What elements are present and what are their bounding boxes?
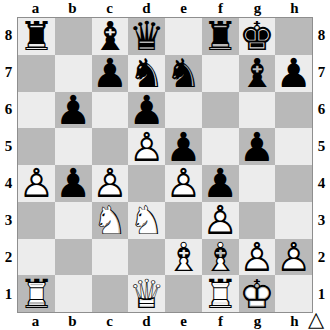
black-bishop: ♝	[92, 18, 129, 55]
square-f3[interactable]: ♟♙	[202, 202, 239, 239]
black-pawn: ♟	[55, 165, 92, 202]
file-label-a: a	[17, 313, 54, 330]
square-h6[interactable]	[275, 92, 312, 129]
square-b5[interactable]	[55, 128, 92, 165]
white-knight: ♘	[128, 202, 165, 239]
square-e3[interactable]	[165, 202, 202, 239]
square-f7[interactable]	[202, 55, 239, 92]
white-queen-fill: ♛	[128, 275, 165, 312]
square-a4[interactable]: ♟♙	[18, 165, 55, 202]
square-b4[interactable]: ♟	[55, 165, 92, 202]
file-label-c: c	[91, 313, 128, 330]
square-g7[interactable]: ♝	[239, 55, 276, 92]
file-label-f: f	[202, 0, 239, 17]
rank-label-6: 6	[313, 91, 330, 128]
white-rook-fill: ♜	[202, 275, 239, 312]
white-pawn-fill: ♟	[202, 202, 239, 239]
square-c5[interactable]	[92, 128, 129, 165]
white-knight: ♘	[92, 202, 129, 239]
square-g6[interactable]	[239, 92, 276, 129]
white-knight-fill: ♞	[128, 202, 165, 239]
rank-label-5: 5	[0, 128, 17, 165]
square-b7[interactable]	[55, 55, 92, 92]
square-c7[interactable]: ♟	[92, 55, 129, 92]
square-h2[interactable]: ♟♙	[275, 239, 312, 276]
square-f2[interactable]: ♝♗	[202, 239, 239, 276]
square-c2[interactable]	[92, 239, 129, 276]
white-pawn-fill: ♟	[92, 165, 129, 202]
square-h7[interactable]: ♟	[275, 55, 312, 92]
black-knight: ♞	[165, 55, 202, 92]
black-pawn: ♟	[92, 55, 129, 92]
rank-label-3: 3	[0, 202, 17, 239]
square-h3[interactable]	[275, 202, 312, 239]
rank-label-2: 2	[313, 239, 330, 276]
square-d2[interactable]	[128, 239, 165, 276]
file-label-d: d	[128, 313, 165, 330]
white-bishop-fill: ♝	[165, 239, 202, 276]
square-g4[interactable]	[239, 165, 276, 202]
file-label-a: a	[17, 0, 54, 17]
square-b1[interactable]	[55, 275, 92, 312]
rank-label-6: 6	[0, 91, 17, 128]
square-e5[interactable]: ♟	[165, 128, 202, 165]
black-pawn: ♟	[165, 128, 202, 165]
white-knight-fill: ♞	[92, 202, 129, 239]
rank-label-5: 5	[313, 128, 330, 165]
rank-label-4: 4	[0, 165, 17, 202]
file-label-g: g	[239, 313, 276, 330]
white-bishop-fill: ♝	[202, 239, 239, 276]
square-d3[interactable]: ♞♘	[128, 202, 165, 239]
white-pawn-fill: ♟	[165, 165, 202, 202]
square-c1[interactable]	[92, 275, 129, 312]
rank-label-3: 3	[313, 202, 330, 239]
white-pawn: ♙	[128, 128, 165, 165]
file-labels-top: abcdefgh	[17, 0, 313, 17]
square-d5[interactable]: ♟♙	[128, 128, 165, 165]
square-f6[interactable]	[202, 92, 239, 129]
square-c3[interactable]: ♞♘	[92, 202, 129, 239]
white-pawn: ♙	[18, 165, 55, 202]
white-pawn-fill: ♟	[128, 128, 165, 165]
square-a6[interactable]	[18, 92, 55, 129]
square-a2[interactable]	[18, 239, 55, 276]
rank-labels-left: 87654321	[0, 17, 17, 313]
square-c4[interactable]: ♟♙	[92, 165, 129, 202]
white-pawn-fill: ♟	[18, 165, 55, 202]
file-label-e: e	[165, 0, 202, 17]
chess-diagram: abcdefgh 87654321 ♜♝♛♜♚♟♞♞♝♟♟♟♟♙♟♟♟♙♟♟♙♟…	[0, 0, 330, 330]
rank-label-4: 4	[313, 165, 330, 202]
rank-labels-right: 87654321	[313, 17, 330, 313]
square-d6[interactable]: ♟	[128, 92, 165, 129]
square-a7[interactable]	[18, 55, 55, 92]
black-king: ♚	[239, 18, 276, 55]
file-label-h: h	[276, 0, 313, 17]
file-labels-bottom: abcdefgh	[17, 313, 313, 330]
square-h8[interactable]	[275, 18, 312, 55]
rank-label-2: 2	[0, 239, 17, 276]
rank-label-1: 1	[0, 276, 17, 313]
square-g8[interactable]: ♚	[239, 18, 276, 55]
black-queen: ♛	[128, 18, 165, 55]
white-pawn: ♙	[202, 202, 239, 239]
square-e7[interactable]: ♞	[165, 55, 202, 92]
board: ♜♝♛♜♚♟♞♞♝♟♟♟♟♙♟♟♟♙♟♟♙♟♙♟♞♘♞♘♟♙♝♗♝♗♟♙♟♙♜♖…	[17, 17, 313, 313]
square-b3[interactable]	[55, 202, 92, 239]
file-label-f: f	[202, 313, 239, 330]
white-rook-fill: ♜	[18, 275, 55, 312]
square-d8[interactable]: ♛	[128, 18, 165, 55]
black-pawn: ♟	[239, 128, 276, 165]
white-pawn-fill: ♟	[239, 239, 276, 276]
rank-label-8: 8	[0, 17, 17, 54]
square-c8[interactable]: ♝	[92, 18, 129, 55]
square-g1[interactable]: ♚♔	[239, 275, 276, 312]
square-a3[interactable]	[18, 202, 55, 239]
square-h5[interactable]	[275, 128, 312, 165]
square-a8[interactable]: ♜	[18, 18, 55, 55]
white-rook: ♖	[202, 275, 239, 312]
square-b6[interactable]: ♟	[55, 92, 92, 129]
square-e2[interactable]: ♝♗	[165, 239, 202, 276]
square-h4[interactable]	[275, 165, 312, 202]
rank-label-7: 7	[0, 54, 17, 91]
square-f4[interactable]: ♟	[202, 165, 239, 202]
white-pawn: ♙	[275, 239, 312, 276]
black-pawn: ♟	[128, 92, 165, 129]
square-e6[interactable]	[165, 92, 202, 129]
square-d7[interactable]: ♞	[128, 55, 165, 92]
square-d4[interactable]	[128, 165, 165, 202]
black-rook: ♜	[18, 18, 55, 55]
white-to-move-icon: △	[304, 306, 328, 330]
square-a1[interactable]: ♜♖	[18, 275, 55, 312]
square-b2[interactable]	[55, 239, 92, 276]
file-label-b: b	[54, 0, 91, 17]
file-label-g: g	[239, 0, 276, 17]
white-queen: ♕	[128, 275, 165, 312]
square-e4[interactable]: ♟♙	[165, 165, 202, 202]
square-d1[interactable]: ♛♕	[128, 275, 165, 312]
rank-label-7: 7	[313, 54, 330, 91]
white-pawn: ♙	[239, 239, 276, 276]
white-rook: ♖	[18, 275, 55, 312]
file-label-d: d	[128, 0, 165, 17]
white-king: ♔	[239, 275, 276, 312]
square-e1[interactable]	[165, 275, 202, 312]
square-g3[interactable]	[239, 202, 276, 239]
square-f5[interactable]	[202, 128, 239, 165]
white-pawn: ♙	[92, 165, 129, 202]
black-knight: ♞	[128, 55, 165, 92]
square-g2[interactable]: ♟♙	[239, 239, 276, 276]
square-a5[interactable]	[18, 128, 55, 165]
black-pawn: ♟	[202, 165, 239, 202]
square-f8[interactable]: ♜	[202, 18, 239, 55]
black-bishop: ♝	[239, 55, 276, 92]
rank-label-8: 8	[313, 17, 330, 54]
square-g5[interactable]: ♟	[239, 128, 276, 165]
file-label-e: e	[165, 313, 202, 330]
square-f1[interactable]: ♜♖	[202, 275, 239, 312]
white-king-fill: ♚	[239, 275, 276, 312]
black-rook: ♜	[202, 18, 239, 55]
square-c6[interactable]	[92, 92, 129, 129]
white-bishop: ♗	[165, 239, 202, 276]
square-e8[interactable]	[165, 18, 202, 55]
white-pawn-fill: ♟	[275, 239, 312, 276]
square-b8[interactable]	[55, 18, 92, 55]
file-label-c: c	[91, 0, 128, 17]
black-pawn: ♟	[55, 92, 92, 129]
white-pawn: ♙	[165, 165, 202, 202]
black-pawn: ♟	[275, 55, 312, 92]
file-label-b: b	[54, 313, 91, 330]
white-bishop: ♗	[202, 239, 239, 276]
